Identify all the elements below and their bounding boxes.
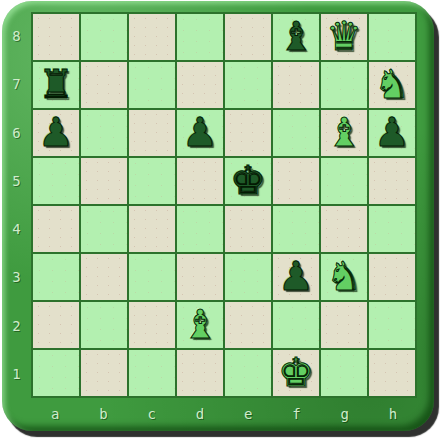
square-e5[interactable]: ♚	[225, 158, 271, 204]
black-pawn[interactable]: ♟	[374, 112, 410, 152]
square-f8[interactable]: ♝	[273, 14, 319, 60]
square-h2[interactable]	[369, 302, 415, 348]
square-d6[interactable]: ♟	[177, 110, 223, 156]
white-bishop[interactable]: ♝	[182, 304, 218, 344]
rank-label-4: 4	[2, 205, 31, 253]
square-d7[interactable]	[177, 62, 223, 108]
square-h4[interactable]	[369, 206, 415, 252]
rank-label-2: 2	[2, 302, 31, 350]
square-c4[interactable]	[129, 206, 175, 252]
square-e8[interactable]	[225, 14, 271, 60]
file-label-g: g	[321, 400, 369, 428]
rank-label-8: 8	[2, 12, 31, 60]
file-label-f: f	[272, 400, 320, 428]
square-b8[interactable]	[81, 14, 127, 60]
board-frame: 87654321 ♝♛♜♞♟♟♝♟♚♟♞♝♚ abcdefgh	[2, 1, 434, 431]
square-g4[interactable]	[321, 206, 367, 252]
white-bishop[interactable]: ♝	[326, 112, 362, 152]
square-c6[interactable]	[129, 110, 175, 156]
square-h7[interactable]: ♞	[369, 62, 415, 108]
black-pawn[interactable]: ♟	[182, 112, 218, 152]
black-bishop[interactable]: ♝	[278, 16, 314, 56]
square-e4[interactable]	[225, 206, 271, 252]
file-label-d: d	[176, 400, 224, 428]
square-f6[interactable]	[273, 110, 319, 156]
white-queen[interactable]: ♛	[326, 16, 362, 56]
square-h5[interactable]	[369, 158, 415, 204]
white-knight[interactable]: ♞	[326, 256, 362, 296]
square-a1[interactable]	[33, 350, 79, 396]
rank-label-7: 7	[2, 60, 31, 108]
file-label-e: e	[224, 400, 272, 428]
square-a5[interactable]	[33, 158, 79, 204]
square-e1[interactable]	[225, 350, 271, 396]
square-g1[interactable]	[321, 350, 367, 396]
square-f7[interactable]	[273, 62, 319, 108]
square-b7[interactable]	[81, 62, 127, 108]
square-h3[interactable]	[369, 254, 415, 300]
file-label-a: a	[31, 400, 79, 428]
file-label-b: b	[79, 400, 127, 428]
white-knight[interactable]: ♞	[374, 64, 410, 104]
black-rook[interactable]: ♜	[38, 64, 74, 104]
square-b5[interactable]	[81, 158, 127, 204]
square-a6[interactable]: ♟	[33, 110, 79, 156]
square-f4[interactable]	[273, 206, 319, 252]
square-h8[interactable]	[369, 14, 415, 60]
square-g5[interactable]	[321, 158, 367, 204]
file-labels: abcdefgh	[31, 400, 417, 428]
square-b2[interactable]	[81, 302, 127, 348]
square-f3[interactable]: ♟	[273, 254, 319, 300]
square-g7[interactable]	[321, 62, 367, 108]
rank-labels: 87654321	[2, 12, 31, 398]
square-d3[interactable]	[177, 254, 223, 300]
square-f5[interactable]	[273, 158, 319, 204]
square-b4[interactable]	[81, 206, 127, 252]
square-g2[interactable]	[321, 302, 367, 348]
file-label-h: h	[369, 400, 417, 428]
rank-label-3: 3	[2, 253, 31, 301]
square-d5[interactable]	[177, 158, 223, 204]
square-c8[interactable]	[129, 14, 175, 60]
square-d2[interactable]: ♝	[177, 302, 223, 348]
file-label-c: c	[128, 400, 176, 428]
square-a4[interactable]	[33, 206, 79, 252]
square-c2[interactable]	[129, 302, 175, 348]
square-g8[interactable]: ♛	[321, 14, 367, 60]
square-d1[interactable]	[177, 350, 223, 396]
rank-label-5: 5	[2, 157, 31, 205]
black-pawn[interactable]: ♟	[278, 256, 314, 296]
square-b3[interactable]	[81, 254, 127, 300]
square-e3[interactable]	[225, 254, 271, 300]
rank-label-1: 1	[2, 350, 31, 398]
chess-app-window: 87654321 ♝♛♜♞♟♟♝♟♚♟♞♝♚ abcdefgh	[0, 0, 444, 442]
square-b6[interactable]	[81, 110, 127, 156]
rank-label-6: 6	[2, 109, 31, 157]
square-a7[interactable]: ♜	[33, 62, 79, 108]
square-b1[interactable]	[81, 350, 127, 396]
square-g6[interactable]: ♝	[321, 110, 367, 156]
square-c1[interactable]	[129, 350, 175, 396]
square-c7[interactable]	[129, 62, 175, 108]
black-pawn[interactable]: ♟	[38, 112, 74, 152]
square-a3[interactable]	[33, 254, 79, 300]
square-d8[interactable]	[177, 14, 223, 60]
square-a8[interactable]	[33, 14, 79, 60]
white-king[interactable]: ♚	[278, 352, 314, 392]
square-e7[interactable]	[225, 62, 271, 108]
square-f2[interactable]	[273, 302, 319, 348]
square-c3[interactable]	[129, 254, 175, 300]
chess-board[interactable]: ♝♛♜♞♟♟♝♟♚♟♞♝♚	[31, 12, 417, 398]
square-h6[interactable]: ♟	[369, 110, 415, 156]
square-c5[interactable]	[129, 158, 175, 204]
square-g3[interactable]: ♞	[321, 254, 367, 300]
black-king[interactable]: ♚	[230, 160, 266, 200]
square-e6[interactable]	[225, 110, 271, 156]
square-a2[interactable]	[33, 302, 79, 348]
square-d4[interactable]	[177, 206, 223, 252]
square-e2[interactable]	[225, 302, 271, 348]
square-h1[interactable]	[369, 350, 415, 396]
square-f1[interactable]: ♚	[273, 350, 319, 396]
